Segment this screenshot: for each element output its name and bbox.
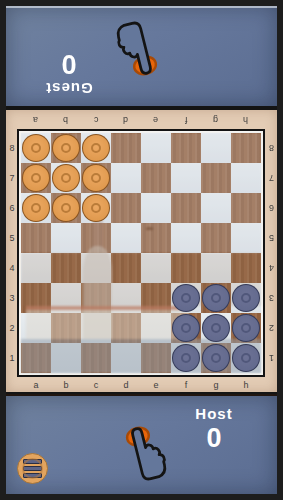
square-b1[interactable] bbox=[51, 343, 81, 373]
square-g6[interactable] bbox=[201, 193, 231, 223]
square-e7[interactable] bbox=[141, 163, 171, 193]
orange-piece-b7[interactable] bbox=[52, 164, 80, 192]
square-f6[interactable] bbox=[171, 193, 201, 223]
rank-label-2: 2 bbox=[266, 313, 278, 343]
file-label-e: e bbox=[141, 112, 171, 128]
rank-label-6: 6 bbox=[266, 193, 278, 223]
rank-label-7: 7 bbox=[266, 163, 278, 193]
blue-piece-f3[interactable] bbox=[172, 284, 200, 312]
square-h1[interactable] bbox=[231, 343, 261, 373]
square-d5[interactable] bbox=[111, 223, 141, 253]
square-h3[interactable] bbox=[231, 283, 261, 313]
rank-label-1: 1 bbox=[6, 343, 18, 373]
rank-label-5: 5 bbox=[266, 223, 278, 253]
square-d4[interactable] bbox=[111, 253, 141, 283]
square-h8[interactable] bbox=[231, 133, 261, 163]
square-g2[interactable] bbox=[201, 313, 231, 343]
file-label-a: a bbox=[21, 112, 51, 128]
square-c4[interactable] bbox=[81, 253, 111, 283]
square-c2[interactable] bbox=[81, 313, 111, 343]
host-tap-hand-icon[interactable] bbox=[116, 422, 174, 488]
square-e2[interactable] bbox=[141, 313, 171, 343]
file-label-g: g bbox=[201, 112, 231, 128]
square-d6[interactable] bbox=[111, 193, 141, 223]
file-label-c: c bbox=[81, 112, 111, 128]
host-panel: Host 0 bbox=[6, 394, 277, 494]
square-c6[interactable] bbox=[81, 193, 111, 223]
board bbox=[19, 131, 263, 375]
square-f4[interactable] bbox=[171, 253, 201, 283]
rank-labels-left: 87654321 bbox=[6, 133, 18, 373]
square-c8[interactable] bbox=[81, 133, 111, 163]
rank-label-3: 3 bbox=[6, 283, 18, 313]
guest-panel: Guest 0 bbox=[6, 6, 277, 108]
file-labels-top: abcdefgh bbox=[21, 112, 261, 128]
square-b6[interactable] bbox=[51, 193, 81, 223]
square-a6[interactable] bbox=[21, 193, 51, 223]
blue-piece-h2[interactable] bbox=[232, 314, 260, 342]
square-c3[interactable] bbox=[81, 283, 111, 313]
square-b3[interactable] bbox=[51, 283, 81, 313]
square-f3[interactable] bbox=[171, 283, 201, 313]
guest-score: 0 bbox=[29, 50, 109, 77]
square-c7[interactable] bbox=[81, 163, 111, 193]
rank-label-8: 8 bbox=[266, 133, 278, 163]
guest-score-block: Guest 0 bbox=[29, 50, 109, 97]
square-a2[interactable] bbox=[21, 313, 51, 343]
file-label-h: h bbox=[231, 112, 261, 128]
square-h4[interactable] bbox=[231, 253, 261, 283]
rank-label-4: 4 bbox=[266, 253, 278, 283]
square-h5[interactable] bbox=[231, 223, 261, 253]
square-g8[interactable] bbox=[201, 133, 231, 163]
app-window: Guest 0 abcdefgh 87654321 87654321 abcde… bbox=[0, 0, 283, 500]
file-label-f: f bbox=[171, 112, 201, 128]
file-label-h: h bbox=[231, 377, 261, 393]
guest-name: Guest bbox=[29, 80, 109, 97]
square-f7[interactable] bbox=[171, 163, 201, 193]
menu-icon bbox=[23, 459, 42, 464]
square-d7[interactable] bbox=[111, 163, 141, 193]
file-label-a: a bbox=[21, 377, 51, 393]
square-c5[interactable] bbox=[81, 223, 111, 253]
blue-piece-f2[interactable] bbox=[172, 314, 200, 342]
square-g3[interactable] bbox=[201, 283, 231, 313]
blue-piece-h1[interactable] bbox=[232, 344, 260, 372]
square-a1[interactable] bbox=[21, 343, 51, 373]
file-label-e: e bbox=[141, 377, 171, 393]
file-labels-bottom: abcdefgh bbox=[21, 377, 261, 393]
square-f1[interactable] bbox=[171, 343, 201, 373]
square-g1[interactable] bbox=[201, 343, 231, 373]
guest-tap-hand-icon[interactable] bbox=[109, 14, 167, 80]
rank-label-4: 4 bbox=[6, 253, 18, 283]
square-d1[interactable] bbox=[111, 343, 141, 373]
screen: Guest 0 abcdefgh 87654321 87654321 abcde… bbox=[6, 6, 277, 494]
file-label-g: g bbox=[201, 377, 231, 393]
orange-piece-a8[interactable] bbox=[22, 134, 50, 162]
square-b8[interactable] bbox=[51, 133, 81, 163]
blue-piece-f1[interactable] bbox=[172, 344, 200, 372]
square-a3[interactable] bbox=[21, 283, 51, 313]
rank-label-7: 7 bbox=[6, 163, 18, 193]
orange-piece-a7[interactable] bbox=[22, 164, 50, 192]
square-g7[interactable] bbox=[201, 163, 231, 193]
square-f2[interactable] bbox=[171, 313, 201, 343]
file-label-d: d bbox=[111, 112, 141, 128]
square-e3[interactable] bbox=[141, 283, 171, 313]
orange-piece-a6[interactable] bbox=[22, 194, 50, 222]
square-a8[interactable] bbox=[21, 133, 51, 163]
blue-piece-g1[interactable] bbox=[202, 344, 230, 372]
square-a5[interactable] bbox=[21, 223, 51, 253]
orange-piece-b6[interactable] bbox=[52, 194, 80, 222]
rank-label-3: 3 bbox=[266, 283, 278, 313]
file-label-d: d bbox=[111, 377, 141, 393]
square-b4[interactable] bbox=[51, 253, 81, 283]
square-f8[interactable] bbox=[171, 133, 201, 163]
host-name: Host bbox=[174, 405, 254, 422]
square-e6[interactable] bbox=[141, 193, 171, 223]
blue-piece-h3[interactable] bbox=[232, 284, 260, 312]
square-d8[interactable] bbox=[111, 133, 141, 163]
file-label-c: c bbox=[81, 377, 111, 393]
rank-label-5: 5 bbox=[6, 223, 18, 253]
orange-piece-c8[interactable] bbox=[82, 134, 110, 162]
square-e8[interactable] bbox=[141, 133, 171, 163]
host-score-block: Host 0 bbox=[174, 405, 254, 452]
orange-piece-b8[interactable] bbox=[52, 134, 80, 162]
square-d3[interactable] bbox=[111, 283, 141, 313]
file-label-f: f bbox=[171, 377, 201, 393]
square-b7[interactable] bbox=[51, 163, 81, 193]
rank-label-1: 1 bbox=[266, 343, 278, 373]
square-h7[interactable] bbox=[231, 163, 261, 193]
square-g4[interactable] bbox=[201, 253, 231, 283]
square-b5[interactable] bbox=[51, 223, 81, 253]
rank-label-2: 2 bbox=[6, 313, 18, 343]
rank-labels-right: 87654321 bbox=[266, 133, 278, 373]
square-b2[interactable] bbox=[51, 313, 81, 343]
square-g5[interactable] bbox=[201, 223, 231, 253]
blue-piece-g3[interactable] bbox=[202, 284, 230, 312]
square-f5[interactable] bbox=[171, 223, 201, 253]
file-label-b: b bbox=[51, 112, 81, 128]
guest-panel-content: Guest 0 bbox=[6, 6, 277, 106]
blue-piece-g2[interactable] bbox=[202, 314, 230, 342]
menu-button[interactable] bbox=[17, 453, 48, 484]
square-a7[interactable] bbox=[21, 163, 51, 193]
host-panel-content: Host 0 bbox=[6, 396, 277, 494]
square-e1[interactable] bbox=[141, 343, 171, 373]
file-label-b: b bbox=[51, 377, 81, 393]
square-c1[interactable] bbox=[81, 343, 111, 373]
rank-label-6: 6 bbox=[6, 193, 18, 223]
square-h2[interactable] bbox=[231, 313, 261, 343]
square-h6[interactable] bbox=[231, 193, 261, 223]
rank-label-8: 8 bbox=[6, 133, 18, 163]
square-a4[interactable] bbox=[21, 253, 51, 283]
orange-piece-c6[interactable] bbox=[82, 194, 110, 222]
square-e5[interactable] bbox=[141, 223, 171, 253]
orange-piece-c7[interactable] bbox=[82, 164, 110, 192]
board-frame: abcdefgh 87654321 87654321 abcdefgh bbox=[6, 108, 277, 394]
square-e4[interactable] bbox=[141, 253, 171, 283]
host-score: 0 bbox=[174, 425, 254, 452]
square-d2[interactable] bbox=[111, 313, 141, 343]
